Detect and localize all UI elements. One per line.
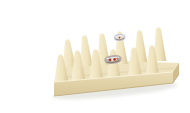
ring-display-stand-photo: Cream velvet-flocked jewelry ring displa… — [40, 16, 190, 113]
photo-canvas — [40, 16, 190, 113]
